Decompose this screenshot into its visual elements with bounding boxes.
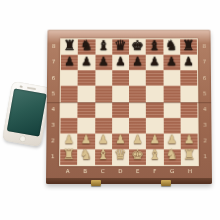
fold-seam bbox=[47, 102, 211, 103]
white-king: ♚ bbox=[131, 148, 144, 162]
square-a2: ♟ bbox=[60, 133, 77, 149]
phone-earpiece bbox=[26, 87, 35, 91]
square-d3 bbox=[112, 118, 129, 134]
square-e7: ♟ bbox=[129, 55, 146, 71]
square-c3 bbox=[95, 118, 112, 134]
square-c5 bbox=[95, 86, 112, 102]
white-pawn: ♟ bbox=[132, 134, 143, 146]
square-d8: ♛ bbox=[112, 39, 129, 55]
square-a8: ♜ bbox=[61, 39, 78, 55]
rank-label-3: 3 bbox=[203, 123, 207, 128]
square-e3 bbox=[129, 118, 146, 134]
square-a5 bbox=[61, 86, 78, 102]
white-knight: ♞ bbox=[80, 148, 93, 162]
square-f2: ♟ bbox=[146, 133, 163, 149]
black-rook: ♜ bbox=[182, 38, 194, 51]
rank-label-8: 8 bbox=[203, 44, 206, 49]
white-rook: ♜ bbox=[63, 148, 76, 162]
black-bishop: ♝ bbox=[97, 38, 109, 51]
square-c7: ♟ bbox=[95, 55, 112, 71]
square-g8: ♞ bbox=[163, 39, 180, 55]
square-g2: ♟ bbox=[163, 133, 180, 149]
board-front-edge bbox=[46, 178, 212, 184]
rank-label-2: 2 bbox=[203, 139, 207, 144]
rank-label-1: 1 bbox=[51, 154, 55, 159]
square-e2: ♟ bbox=[129, 133, 146, 149]
rank-label-7: 7 bbox=[203, 60, 206, 65]
rank-label-7: 7 bbox=[52, 60, 55, 65]
square-b8: ♞ bbox=[78, 39, 95, 55]
file-label-d: D bbox=[118, 169, 122, 174]
square-c4 bbox=[95, 102, 112, 118]
black-king: ♚ bbox=[131, 38, 143, 51]
rank-label-6: 6 bbox=[203, 76, 207, 81]
chess-board: 87654321 87654321 ♜♞♝♛♚♝♞♜♟♟♟♟♟♟♟♟♟♟♟♟♟♟… bbox=[46, 30, 212, 184]
square-c8: ♝ bbox=[95, 39, 112, 55]
white-pawn: ♟ bbox=[115, 134, 126, 146]
file-label-f: F bbox=[153, 169, 156, 174]
square-g6 bbox=[163, 70, 180, 86]
square-h7: ♟ bbox=[180, 55, 197, 71]
square-f7: ♟ bbox=[146, 55, 163, 71]
file-label-c: C bbox=[101, 169, 105, 174]
black-pawn: ♟ bbox=[132, 55, 143, 67]
square-h5 bbox=[180, 86, 197, 102]
white-pawn: ♟ bbox=[64, 134, 75, 146]
black-knight: ♞ bbox=[80, 38, 92, 51]
square-e6 bbox=[129, 70, 146, 86]
white-pawn: ♟ bbox=[149, 134, 160, 146]
black-bishop: ♝ bbox=[148, 38, 160, 51]
file-label-b: B bbox=[83, 169, 87, 174]
file-label-h: H bbox=[188, 169, 192, 174]
rank-label-8: 8 bbox=[52, 44, 55, 49]
square-d2: ♟ bbox=[112, 133, 129, 149]
square-h2: ♟ bbox=[180, 133, 197, 149]
rank-label-1: 1 bbox=[203, 154, 207, 159]
rank-label-4: 4 bbox=[203, 107, 207, 112]
white-pawn: ♟ bbox=[81, 134, 92, 146]
square-b6 bbox=[78, 70, 95, 86]
smartphone bbox=[2, 81, 51, 147]
rank-label-2: 2 bbox=[51, 139, 55, 144]
white-knight: ♞ bbox=[166, 148, 179, 162]
square-h3 bbox=[180, 118, 197, 134]
white-bishop: ♝ bbox=[149, 148, 162, 162]
phone-home-button bbox=[19, 135, 26, 142]
white-pawn: ♟ bbox=[184, 134, 195, 146]
square-a3 bbox=[60, 118, 77, 134]
square-d1: ♛ bbox=[112, 149, 129, 165]
rank-label-6: 6 bbox=[52, 76, 56, 81]
square-b1: ♞ bbox=[77, 149, 94, 165]
rank-label-5: 5 bbox=[52, 91, 56, 96]
square-b5 bbox=[78, 86, 95, 102]
black-pawn: ♟ bbox=[64, 55, 75, 67]
square-f5 bbox=[146, 86, 163, 102]
square-d4 bbox=[112, 102, 129, 118]
square-e1: ♚ bbox=[129, 149, 146, 165]
black-pawn: ♟ bbox=[149, 55, 160, 67]
square-g1: ♞ bbox=[163, 149, 180, 165]
square-c2: ♟ bbox=[95, 133, 112, 149]
square-b2: ♟ bbox=[77, 133, 94, 149]
product-photo-chess-set: 87654321 87654321 ♜♞♝♛♚♝♞♜♟♟♟♟♟♟♟♟♟♟♟♟♟♟… bbox=[0, 0, 220, 220]
square-e8: ♚ bbox=[129, 39, 146, 55]
square-g7: ♟ bbox=[163, 55, 180, 71]
square-f4 bbox=[146, 102, 163, 118]
rank-label-5: 5 bbox=[203, 91, 207, 96]
file-label-e: E bbox=[136, 169, 139, 174]
black-queen: ♛ bbox=[114, 38, 126, 51]
file-label-g: G bbox=[170, 169, 174, 174]
file-label-a: A bbox=[66, 169, 70, 174]
white-bishop: ♝ bbox=[97, 148, 110, 162]
white-queen: ♛ bbox=[114, 148, 127, 162]
white-pawn: ♟ bbox=[167, 134, 178, 146]
square-a6 bbox=[61, 70, 78, 86]
square-f1: ♝ bbox=[146, 149, 163, 165]
black-pawn: ♟ bbox=[98, 55, 109, 67]
square-b7: ♟ bbox=[78, 55, 95, 71]
square-a4 bbox=[61, 102, 78, 118]
square-b3 bbox=[78, 118, 95, 134]
square-h4 bbox=[180, 102, 197, 118]
square-c1: ♝ bbox=[95, 149, 112, 165]
square-d7: ♟ bbox=[112, 55, 129, 71]
black-pawn: ♟ bbox=[166, 55, 177, 67]
white-rook: ♜ bbox=[183, 148, 196, 162]
black-pawn: ♟ bbox=[81, 55, 92, 67]
square-d5 bbox=[112, 86, 129, 102]
brass-hinge-right bbox=[161, 180, 171, 186]
square-g5 bbox=[163, 86, 180, 102]
black-pawn: ♟ bbox=[115, 55, 126, 67]
black-pawn: ♟ bbox=[183, 55, 194, 67]
rank-label-3: 3 bbox=[51, 123, 55, 128]
square-d6 bbox=[112, 70, 129, 86]
white-pawn: ♟ bbox=[98, 134, 109, 146]
square-h6 bbox=[180, 70, 197, 86]
square-a1: ♜ bbox=[60, 149, 77, 165]
square-g4 bbox=[163, 102, 180, 118]
brass-hinge-left bbox=[91, 180, 101, 186]
square-g3 bbox=[163, 118, 180, 134]
square-a7: ♟ bbox=[61, 55, 78, 71]
square-b4 bbox=[78, 102, 95, 118]
black-knight: ♞ bbox=[165, 38, 177, 51]
square-h8: ♜ bbox=[180, 39, 197, 55]
square-f8: ♝ bbox=[146, 39, 163, 55]
phone-camera-dot bbox=[20, 85, 23, 88]
square-e4 bbox=[129, 102, 146, 118]
square-e5 bbox=[129, 86, 146, 102]
phone-screen bbox=[7, 88, 47, 136]
black-rook: ♜ bbox=[63, 38, 75, 51]
square-h1: ♜ bbox=[181, 149, 198, 165]
square-f3 bbox=[146, 118, 163, 134]
file-labels-bottom: ABCDEFGH bbox=[59, 168, 199, 176]
rank-label-4: 4 bbox=[51, 107, 55, 112]
square-c6 bbox=[95, 70, 112, 86]
square-f6 bbox=[146, 70, 163, 86]
